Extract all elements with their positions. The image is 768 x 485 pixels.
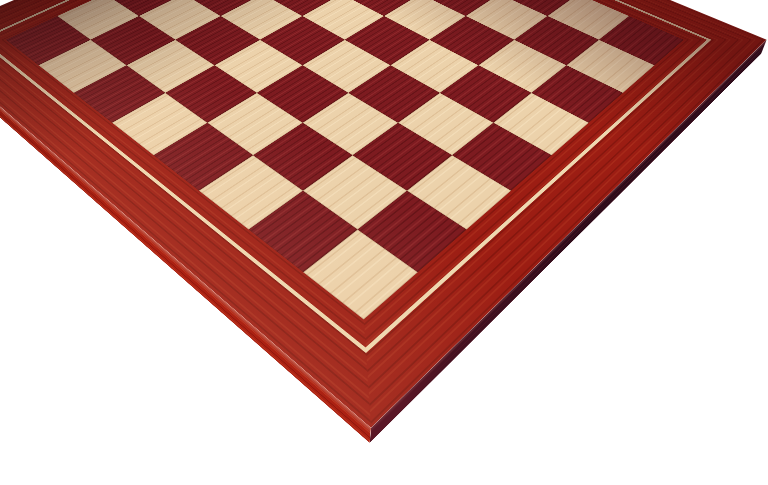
perspective-scene [0, 0, 768, 485]
product-photo-stage [0, 0, 768, 485]
chess-board [0, 0, 767, 428]
